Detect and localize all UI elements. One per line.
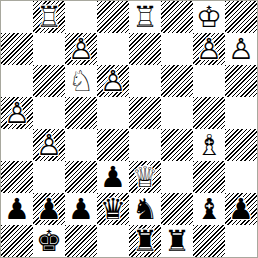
black-pawn-icon: ♟ bbox=[65, 193, 97, 225]
square-f3[interactable] bbox=[161, 161, 193, 193]
white-rook-b8[interactable]: ♜♖ bbox=[33, 1, 65, 33]
white-rook-icon: ♖ bbox=[129, 1, 161, 33]
square-d3[interactable]: ♟♟ bbox=[97, 161, 129, 193]
white-king-g8[interactable]: ♚♔ bbox=[193, 1, 225, 33]
square-b2[interactable]: ♟♟ bbox=[33, 193, 65, 225]
square-g2[interactable]: ♝♝ bbox=[193, 193, 225, 225]
white-pawn-icon: ♙ bbox=[97, 65, 129, 97]
square-a6[interactable] bbox=[1, 65, 33, 97]
white-pawn-a5[interactable]: ♟♙ bbox=[1, 97, 33, 129]
square-b6[interactable] bbox=[33, 65, 65, 97]
black-pawn-icon: ♟ bbox=[225, 193, 257, 225]
square-c2[interactable]: ♟♟ bbox=[65, 193, 97, 225]
black-rook-icon: ♜ bbox=[129, 225, 161, 257]
square-e5[interactable] bbox=[129, 97, 161, 129]
black-queen-icon: ♛ bbox=[97, 193, 129, 225]
square-a3[interactable] bbox=[1, 161, 33, 193]
white-knight-c6[interactable]: ♞♘ bbox=[65, 65, 97, 97]
square-g4[interactable]: ♝♗ bbox=[193, 129, 225, 161]
black-rook-f1[interactable]: ♜♜ bbox=[161, 225, 193, 257]
square-h1[interactable] bbox=[225, 225, 257, 257]
square-h6[interactable] bbox=[225, 65, 257, 97]
white-rook-e8[interactable]: ♜♖ bbox=[129, 1, 161, 33]
black-king-icon: ♚ bbox=[33, 225, 65, 257]
white-bishop-icon: ♗ bbox=[193, 129, 225, 161]
square-a2[interactable]: ♟♟ bbox=[1, 193, 33, 225]
black-pawn-h2[interactable]: ♟♟ bbox=[225, 193, 257, 225]
square-c4[interactable] bbox=[65, 129, 97, 161]
white-pawn-icon: ♙ bbox=[193, 33, 225, 65]
black-pawn-icon: ♟ bbox=[97, 161, 129, 193]
square-f7[interactable] bbox=[161, 33, 193, 65]
white-bishop-g4[interactable]: ♝♗ bbox=[193, 129, 225, 161]
square-c7[interactable]: ♟♙ bbox=[65, 33, 97, 65]
black-rook-icon: ♜ bbox=[161, 225, 193, 257]
black-knight-icon: ♞ bbox=[129, 193, 161, 225]
square-g5[interactable] bbox=[193, 97, 225, 129]
black-queen-d2[interactable]: ♛♛ bbox=[97, 193, 129, 225]
square-c1[interactable] bbox=[65, 225, 97, 257]
square-c8[interactable] bbox=[65, 1, 97, 33]
square-f8[interactable] bbox=[161, 1, 193, 33]
square-h8[interactable] bbox=[225, 1, 257, 33]
square-d1[interactable] bbox=[97, 225, 129, 257]
square-c5[interactable] bbox=[65, 97, 97, 129]
black-pawn-d3[interactable]: ♟♟ bbox=[97, 161, 129, 193]
white-pawn-icon: ♙ bbox=[33, 129, 65, 161]
black-rook-e1[interactable]: ♜♜ bbox=[129, 225, 161, 257]
square-e1[interactable]: ♜♜ bbox=[129, 225, 161, 257]
square-h2[interactable]: ♟♟ bbox=[225, 193, 257, 225]
square-e2[interactable]: ♞♞ bbox=[129, 193, 161, 225]
square-e4[interactable] bbox=[129, 129, 161, 161]
square-g6[interactable] bbox=[193, 65, 225, 97]
square-f2[interactable] bbox=[161, 193, 193, 225]
white-queen-icon: ♕ bbox=[129, 161, 161, 193]
white-pawn-icon: ♙ bbox=[65, 33, 97, 65]
square-d4[interactable] bbox=[97, 129, 129, 161]
square-g3[interactable] bbox=[193, 161, 225, 193]
square-f1[interactable]: ♜♜ bbox=[161, 225, 193, 257]
black-knight-e2[interactable]: ♞♞ bbox=[129, 193, 161, 225]
square-g1[interactable] bbox=[193, 225, 225, 257]
square-d7[interactable] bbox=[97, 33, 129, 65]
square-b3[interactable] bbox=[33, 161, 65, 193]
white-pawn-d6[interactable]: ♟♙ bbox=[97, 65, 129, 97]
black-pawn-a2[interactable]: ♟♟ bbox=[1, 193, 33, 225]
square-b7[interactable] bbox=[33, 33, 65, 65]
square-f5[interactable] bbox=[161, 97, 193, 129]
square-d8[interactable] bbox=[97, 1, 129, 33]
square-c3[interactable] bbox=[65, 161, 97, 193]
white-pawn-c7[interactable]: ♟♙ bbox=[65, 33, 97, 65]
square-b8[interactable]: ♜♖ bbox=[33, 1, 65, 33]
square-e3[interactable]: ♛♕ bbox=[129, 161, 161, 193]
square-b1[interactable]: ♚♚ bbox=[33, 225, 65, 257]
square-a1[interactable] bbox=[1, 225, 33, 257]
black-pawn-icon: ♟ bbox=[1, 193, 33, 225]
black-pawn-icon: ♟ bbox=[33, 193, 65, 225]
square-h3[interactable] bbox=[225, 161, 257, 193]
square-d5[interactable] bbox=[97, 97, 129, 129]
black-pawn-b2[interactable]: ♟♟ bbox=[33, 193, 65, 225]
square-e8[interactable]: ♜♖ bbox=[129, 1, 161, 33]
square-f4[interactable] bbox=[161, 129, 193, 161]
white-king-icon: ♔ bbox=[193, 1, 225, 33]
square-e6[interactable] bbox=[129, 65, 161, 97]
black-pawn-c2[interactable]: ♟♟ bbox=[65, 193, 97, 225]
black-king-b1[interactable]: ♚♚ bbox=[33, 225, 65, 257]
square-a5[interactable]: ♟♙ bbox=[1, 97, 33, 129]
white-pawn-b4[interactable]: ♟♙ bbox=[33, 129, 65, 161]
white-pawn-g7[interactable]: ♟♙ bbox=[193, 33, 225, 65]
square-h5[interactable] bbox=[225, 97, 257, 129]
white-rook-icon: ♖ bbox=[33, 1, 65, 33]
square-a4[interactable] bbox=[1, 129, 33, 161]
square-b5[interactable] bbox=[33, 97, 65, 129]
square-g7[interactable]: ♟♙ bbox=[193, 33, 225, 65]
square-c6[interactable]: ♞♘ bbox=[65, 65, 97, 97]
white-pawn-h7[interactable]: ♟♙ bbox=[225, 33, 257, 65]
square-a8[interactable] bbox=[1, 1, 33, 33]
square-b4[interactable]: ♟♙ bbox=[33, 129, 65, 161]
black-bishop-icon: ♝ bbox=[193, 193, 225, 225]
chess-board: ♜♖♜♖♚♔♟♙♟♙♟♙♞♘♟♙♟♙♟♙♝♗♟♟♛♕♟♟♟♟♟♟♛♛♞♞♝♝♟♟… bbox=[0, 0, 258, 258]
white-pawn-icon: ♙ bbox=[225, 33, 257, 65]
white-knight-icon: ♘ bbox=[65, 65, 97, 97]
black-bishop-g2[interactable]: ♝♝ bbox=[193, 193, 225, 225]
square-d2[interactable]: ♛♛ bbox=[97, 193, 129, 225]
square-a7[interactable] bbox=[1, 33, 33, 65]
square-h4[interactable] bbox=[225, 129, 257, 161]
square-d6[interactable]: ♟♙ bbox=[97, 65, 129, 97]
white-queen-e3[interactable]: ♛♕ bbox=[129, 161, 161, 193]
square-f6[interactable] bbox=[161, 65, 193, 97]
white-pawn-icon: ♙ bbox=[1, 97, 33, 129]
square-g8[interactable]: ♚♔ bbox=[193, 1, 225, 33]
square-h7[interactable]: ♟♙ bbox=[225, 33, 257, 65]
square-e7[interactable] bbox=[129, 33, 161, 65]
